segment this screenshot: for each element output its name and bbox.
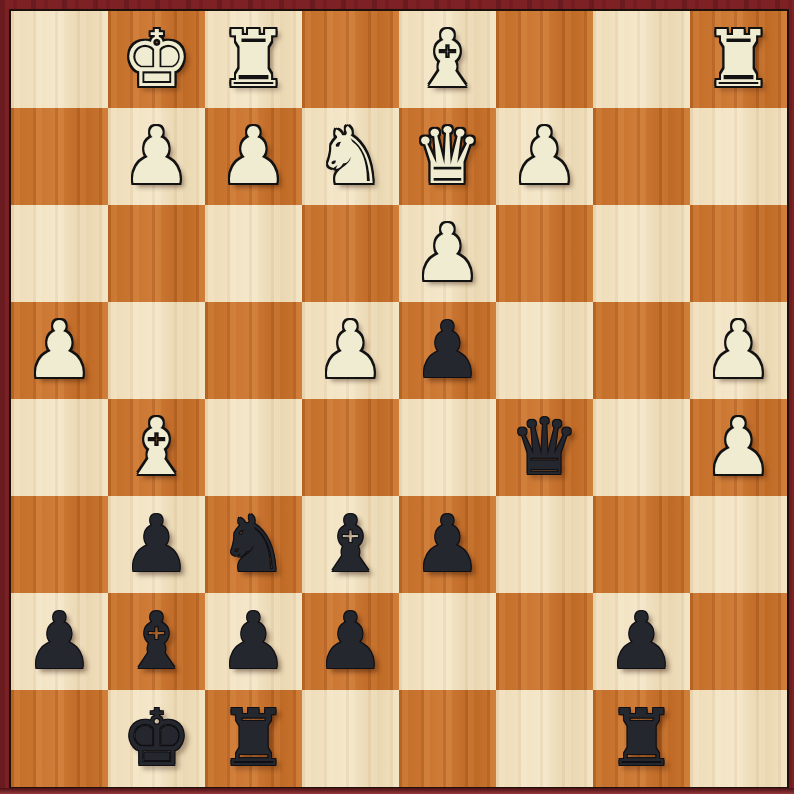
square-f4[interactable] (205, 302, 302, 399)
square-e4[interactable]: ♟ (302, 302, 399, 399)
square-a5[interactable]: ♟ (690, 399, 787, 496)
white-pawn[interactable]: ♟ (316, 302, 386, 399)
square-h6[interactable] (11, 496, 108, 593)
square-c3[interactable] (496, 205, 593, 302)
square-f5[interactable] (205, 399, 302, 496)
board-frame: ♚♜♝♜♟♟♞♛♟♟♟♟♟♟♝♛♟♟♞♝♟♟♝♟♟♟♚♜♜ (0, 0, 794, 794)
square-b8[interactable]: ♜ (593, 690, 690, 787)
white-bishop[interactable]: ♝ (413, 11, 483, 108)
square-b2[interactable] (593, 108, 690, 205)
square-f2[interactable]: ♟ (205, 108, 302, 205)
square-d7[interactable] (399, 593, 496, 690)
black-pawn[interactable]: ♟ (219, 593, 289, 690)
white-bishop[interactable]: ♝ (122, 399, 192, 496)
square-e5[interactable] (302, 399, 399, 496)
white-rook[interactable]: ♜ (704, 11, 774, 108)
white-knight[interactable]: ♞ (316, 108, 386, 205)
square-h3[interactable] (11, 205, 108, 302)
white-queen[interactable]: ♛ (413, 108, 483, 205)
square-e7[interactable]: ♟ (302, 593, 399, 690)
square-e6[interactable]: ♝ (302, 496, 399, 593)
black-rook[interactable]: ♜ (607, 690, 677, 787)
square-f1[interactable]: ♜ (205, 11, 302, 108)
black-pawn[interactable]: ♟ (413, 302, 483, 399)
square-a1[interactable]: ♜ (690, 11, 787, 108)
square-e8[interactable] (302, 690, 399, 787)
black-king[interactable]: ♚ (122, 690, 192, 787)
white-pawn[interactable]: ♟ (510, 108, 580, 205)
square-a3[interactable] (690, 205, 787, 302)
square-e3[interactable] (302, 205, 399, 302)
square-b4[interactable] (593, 302, 690, 399)
square-c6[interactable] (496, 496, 593, 593)
black-bishop[interactable]: ♝ (122, 593, 192, 690)
square-c5[interactable]: ♛ (496, 399, 593, 496)
black-pawn[interactable]: ♟ (122, 496, 192, 593)
white-pawn[interactable]: ♟ (25, 302, 95, 399)
square-d5[interactable] (399, 399, 496, 496)
black-rook[interactable]: ♜ (219, 690, 289, 787)
square-g7[interactable]: ♝ (108, 593, 205, 690)
square-d6[interactable]: ♟ (399, 496, 496, 593)
square-d8[interactable] (399, 690, 496, 787)
square-g4[interactable] (108, 302, 205, 399)
white-pawn[interactable]: ♟ (413, 205, 483, 302)
square-h2[interactable] (11, 108, 108, 205)
square-d2[interactable]: ♛ (399, 108, 496, 205)
square-g3[interactable] (108, 205, 205, 302)
square-e1[interactable] (302, 11, 399, 108)
white-king[interactable]: ♚ (122, 11, 192, 108)
square-c2[interactable]: ♟ (496, 108, 593, 205)
black-queen[interactable]: ♛ (510, 399, 580, 496)
square-a2[interactable] (690, 108, 787, 205)
black-knight[interactable]: ♞ (219, 496, 289, 593)
square-c4[interactable] (496, 302, 593, 399)
square-b3[interactable] (593, 205, 690, 302)
black-pawn[interactable]: ♟ (607, 593, 677, 690)
square-g5[interactable]: ♝ (108, 399, 205, 496)
chess-board: ♚♜♝♜♟♟♞♛♟♟♟♟♟♟♝♛♟♟♞♝♟♟♝♟♟♟♚♜♜ (11, 11, 787, 787)
square-a8[interactable] (690, 690, 787, 787)
square-d1[interactable]: ♝ (399, 11, 496, 108)
square-b6[interactable] (593, 496, 690, 593)
square-b1[interactable] (593, 11, 690, 108)
square-h1[interactable] (11, 11, 108, 108)
square-g6[interactable]: ♟ (108, 496, 205, 593)
square-c8[interactable] (496, 690, 593, 787)
square-h8[interactable] (11, 690, 108, 787)
square-h4[interactable]: ♟ (11, 302, 108, 399)
black-pawn[interactable]: ♟ (413, 496, 483, 593)
square-b7[interactable]: ♟ (593, 593, 690, 690)
white-rook[interactable]: ♜ (219, 11, 289, 108)
square-d3[interactable]: ♟ (399, 205, 496, 302)
white-pawn[interactable]: ♟ (219, 108, 289, 205)
square-f3[interactable] (205, 205, 302, 302)
square-g8[interactable]: ♚ (108, 690, 205, 787)
square-e2[interactable]: ♞ (302, 108, 399, 205)
square-f6[interactable]: ♞ (205, 496, 302, 593)
square-h7[interactable]: ♟ (11, 593, 108, 690)
square-c1[interactable] (496, 11, 593, 108)
square-d4[interactable]: ♟ (399, 302, 496, 399)
square-a6[interactable] (690, 496, 787, 593)
white-pawn[interactable]: ♟ (122, 108, 192, 205)
white-pawn[interactable]: ♟ (704, 302, 774, 399)
square-b5[interactable] (593, 399, 690, 496)
black-pawn[interactable]: ♟ (25, 593, 95, 690)
square-f7[interactable]: ♟ (205, 593, 302, 690)
square-g1[interactable]: ♚ (108, 11, 205, 108)
square-f8[interactable]: ♜ (205, 690, 302, 787)
square-a7[interactable] (690, 593, 787, 690)
black-bishop[interactable]: ♝ (316, 496, 386, 593)
black-pawn[interactable]: ♟ (316, 593, 386, 690)
square-h5[interactable] (11, 399, 108, 496)
square-g2[interactable]: ♟ (108, 108, 205, 205)
white-pawn[interactable]: ♟ (704, 399, 774, 496)
square-c7[interactable] (496, 593, 593, 690)
square-a4[interactable]: ♟ (690, 302, 787, 399)
